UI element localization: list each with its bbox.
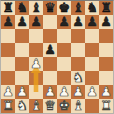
black-pawn[interactable]: ♟	[30, 15, 42, 29]
board-grid: ♜♞♝♛♚♝♞♜♟♟♟♟♟♟♟♟♟♞♟♟♟♟♟♟♟♜♞♝♛♚♝♜	[1, 1, 113, 113]
square-h6[interactable]	[99, 29, 113, 43]
square-e6[interactable]	[57, 29, 71, 43]
square-g1[interactable]	[85, 99, 99, 113]
square-a3[interactable]	[1, 71, 15, 85]
square-a7[interactable]: ♟	[1, 15, 15, 29]
square-h5[interactable]	[99, 43, 113, 57]
square-h4[interactable]	[99, 57, 113, 71]
black-pawn[interactable]: ♟	[72, 15, 84, 29]
square-e4[interactable]	[57, 57, 71, 71]
white-knight[interactable]: ♞	[16, 99, 28, 113]
white-pawn[interactable]: ♟	[58, 85, 70, 99]
square-h7[interactable]: ♟	[99, 15, 113, 29]
square-d1[interactable]: ♛	[43, 99, 57, 113]
square-h8[interactable]: ♜	[99, 1, 113, 15]
black-knight[interactable]: ♞	[16, 1, 28, 15]
white-pawn[interactable]: ♟	[44, 85, 56, 99]
square-d6[interactable]	[43, 29, 57, 43]
black-pawn[interactable]: ♟	[86, 15, 98, 29]
square-e5[interactable]	[57, 43, 71, 57]
square-b8[interactable]: ♞	[15, 1, 29, 15]
square-g5[interactable]	[85, 43, 99, 57]
square-f6[interactable]	[71, 29, 85, 43]
square-e2[interactable]: ♟	[57, 85, 71, 99]
square-e1[interactable]: ♚	[57, 99, 71, 113]
black-rook[interactable]: ♜	[100, 1, 112, 15]
square-f3[interactable]: ♞	[71, 71, 85, 85]
square-g3[interactable]	[85, 71, 99, 85]
square-f5[interactable]	[71, 43, 85, 57]
square-b2[interactable]: ♟	[15, 85, 29, 99]
chess-board: ♜♞♝♛♚♝♞♜♟♟♟♟♟♟♟♟♟♞♟♟♟♟♟♟♟♜♞♝♛♚♝♜	[0, 0, 114, 114]
black-knight[interactable]: ♞	[86, 1, 98, 15]
square-a4[interactable]	[1, 57, 15, 71]
square-a1[interactable]: ♜	[1, 99, 15, 113]
black-pawn[interactable]: ♟	[16, 15, 28, 29]
square-d7[interactable]	[43, 15, 57, 29]
square-g4[interactable]	[85, 57, 99, 71]
square-f8[interactable]: ♝	[71, 1, 85, 15]
black-pawn[interactable]: ♟	[100, 15, 112, 29]
square-c7[interactable]: ♟	[29, 15, 43, 29]
square-c1[interactable]: ♝	[29, 99, 43, 113]
square-g6[interactable]	[85, 29, 99, 43]
square-d2[interactable]: ♟	[43, 85, 57, 99]
square-c2[interactable]	[29, 85, 43, 99]
square-a5[interactable]	[1, 43, 15, 57]
square-e7[interactable]: ♟	[57, 15, 71, 29]
square-g7[interactable]: ♟	[85, 15, 99, 29]
square-b6[interactable]	[15, 29, 29, 43]
white-king[interactable]: ♚	[58, 99, 70, 113]
white-pawn[interactable]: ♟	[30, 57, 42, 71]
square-g8[interactable]: ♞	[85, 1, 99, 15]
square-f1[interactable]: ♝	[71, 99, 85, 113]
square-a2[interactable]: ♟	[1, 85, 15, 99]
square-a6[interactable]	[1, 29, 15, 43]
white-pawn[interactable]: ♟	[100, 85, 112, 99]
square-a8[interactable]: ♜	[1, 1, 15, 15]
white-pawn[interactable]: ♟	[16, 85, 28, 99]
square-b1[interactable]: ♞	[15, 99, 29, 113]
square-c3[interactable]	[29, 71, 43, 85]
white-bishop[interactable]: ♝	[30, 99, 42, 113]
white-rook[interactable]: ♜	[2, 99, 14, 113]
square-c5[interactable]	[29, 43, 43, 57]
black-bishop[interactable]: ♝	[30, 1, 42, 15]
square-c8[interactable]: ♝	[29, 1, 43, 15]
square-d4[interactable]	[43, 57, 57, 71]
square-e3[interactable]	[57, 71, 71, 85]
square-b7[interactable]: ♟	[15, 15, 29, 29]
white-pawn[interactable]: ♟	[86, 85, 98, 99]
square-d8[interactable]: ♛	[43, 1, 57, 15]
black-rook[interactable]: ♜	[2, 1, 14, 15]
square-e8[interactable]: ♚	[57, 1, 71, 15]
square-h2[interactable]: ♟	[99, 85, 113, 99]
black-pawn[interactable]: ♟	[58, 15, 70, 29]
square-d3[interactable]	[43, 71, 57, 85]
black-queen[interactable]: ♛	[44, 1, 56, 15]
white-knight[interactable]: ♞	[72, 71, 84, 85]
white-queen[interactable]: ♛	[44, 99, 56, 113]
square-f2[interactable]: ♟	[71, 85, 85, 99]
white-pawn[interactable]: ♟	[72, 85, 84, 99]
black-bishop[interactable]: ♝	[72, 1, 84, 15]
square-f4[interactable]	[71, 57, 85, 71]
square-f7[interactable]: ♟	[71, 15, 85, 29]
white-pawn[interactable]: ♟	[2, 85, 14, 99]
square-c6[interactable]	[29, 29, 43, 43]
square-b4[interactable]	[15, 57, 29, 71]
black-pawn[interactable]: ♟	[2, 15, 14, 29]
white-rook[interactable]: ♜	[100, 99, 112, 113]
square-c4[interactable]: ♟	[29, 57, 43, 71]
square-b5[interactable]	[15, 43, 29, 57]
square-h3[interactable]	[99, 71, 113, 85]
square-d5[interactable]: ♟	[43, 43, 57, 57]
square-g2[interactable]: ♟	[85, 85, 99, 99]
black-king[interactable]: ♚	[58, 1, 70, 15]
square-h1[interactable]: ♜	[99, 99, 113, 113]
square-b3[interactable]	[15, 71, 29, 85]
black-pawn[interactable]: ♟	[44, 43, 56, 57]
white-bishop[interactable]: ♝	[72, 99, 84, 113]
